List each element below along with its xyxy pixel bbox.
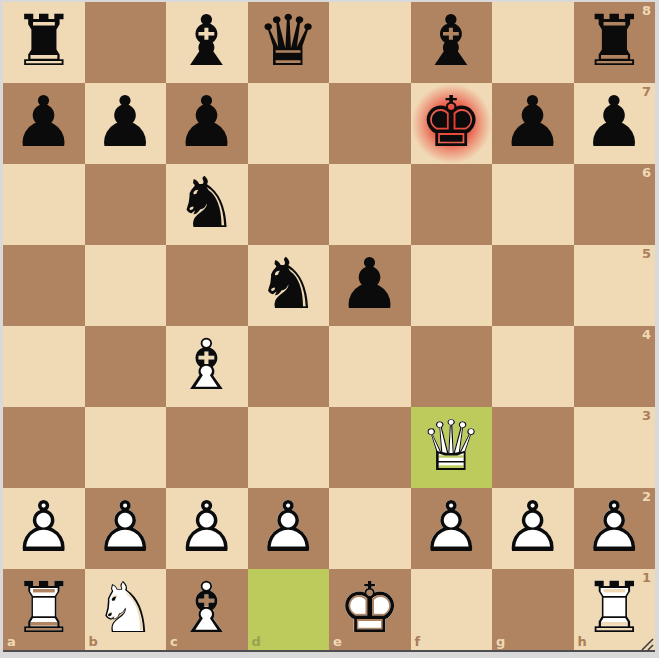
square-h7[interactable]: ♟7 [574, 83, 656, 164]
square-h6[interactable]: 6 [574, 164, 656, 245]
square-h4[interactable]: 4 [574, 326, 656, 407]
square-e6[interactable] [329, 164, 411, 245]
white-rook[interactable]: ♜♖ [583, 575, 646, 645]
square-g7[interactable]: ♟ [492, 83, 574, 164]
square-d1[interactable]: d [248, 569, 330, 650]
black-pawn[interactable]: ♟ [12, 89, 75, 159]
black-queen[interactable]: ♛ [257, 8, 320, 78]
square-c8[interactable]: ♝ [166, 2, 248, 83]
square-b4[interactable] [85, 326, 167, 407]
square-d4[interactable] [248, 326, 330, 407]
square-b1[interactable]: ♞♘b [85, 569, 167, 650]
file-label-g: g [496, 634, 505, 649]
square-c3[interactable] [166, 407, 248, 488]
square-b6[interactable] [85, 164, 167, 245]
square-a8[interactable]: ♜ [3, 2, 85, 83]
square-a2[interactable]: ♟♙ [3, 488, 85, 569]
rank-label-5: 5 [642, 246, 651, 261]
square-a5[interactable] [3, 245, 85, 326]
square-e1[interactable]: ♚♔e [329, 569, 411, 650]
white-bishop[interactable]: ♝♗ [175, 575, 238, 645]
white-bishop[interactable]: ♝♗ [175, 332, 238, 402]
square-c4[interactable]: ♝♗ [166, 326, 248, 407]
rank-label-4: 4 [642, 327, 651, 342]
square-f4[interactable] [411, 326, 493, 407]
square-b8[interactable] [85, 2, 167, 83]
square-e3[interactable] [329, 407, 411, 488]
square-h5[interactable]: 5 [574, 245, 656, 326]
square-c7[interactable]: ♟ [166, 83, 248, 164]
square-g6[interactable] [492, 164, 574, 245]
resize-handle-icon[interactable] [641, 638, 654, 651]
square-e2[interactable] [329, 488, 411, 569]
rank-label-6: 6 [642, 165, 651, 180]
white-pawn[interactable]: ♟♙ [583, 494, 646, 564]
square-a3[interactable] [3, 407, 85, 488]
square-g2[interactable]: ♟♙ [492, 488, 574, 569]
rank-label-3: 3 [642, 408, 651, 423]
black-bishop[interactable]: ♝ [420, 8, 483, 78]
square-e5[interactable]: ♟ [329, 245, 411, 326]
square-b5[interactable] [85, 245, 167, 326]
black-pawn[interactable]: ♟ [583, 89, 646, 159]
square-f8[interactable]: ♝ [411, 2, 493, 83]
file-label-d: d [252, 634, 261, 649]
black-pawn[interactable]: ♟ [94, 89, 157, 159]
square-h3[interactable]: 3 [574, 407, 656, 488]
square-d3[interactable] [248, 407, 330, 488]
file-label-h: h [578, 634, 587, 649]
black-king[interactable]: ♚ [420, 89, 483, 159]
square-b7[interactable]: ♟ [85, 83, 167, 164]
file-label-b: b [89, 634, 98, 649]
white-queen[interactable]: ♛♕ [420, 413, 483, 483]
square-a6[interactable] [3, 164, 85, 245]
square-c1[interactable]: ♝♗c [166, 569, 248, 650]
black-rook[interactable]: ♜ [583, 8, 646, 78]
rank-label-8: 8 [642, 3, 651, 18]
square-f6[interactable] [411, 164, 493, 245]
square-b3[interactable] [85, 407, 167, 488]
square-a7[interactable]: ♟ [3, 83, 85, 164]
file-label-c: c [170, 634, 178, 649]
square-c6[interactable]: ♞ [166, 164, 248, 245]
square-c5[interactable] [166, 245, 248, 326]
square-b2[interactable]: ♟♙ [85, 488, 167, 569]
board-frame: ♜♝♛♝♜8♟♟♟♚♟♟7♞6♞♟5♝♗4♛♕3♟♙♟♙♟♙♟♙♟♙♟♙♟♙2♜… [0, 0, 659, 658]
square-f7[interactable]: ♚ [411, 83, 493, 164]
white-knight[interactable]: ♞♘ [94, 575, 157, 645]
white-pawn[interactable]: ♟♙ [501, 494, 564, 564]
square-d5[interactable]: ♞ [248, 245, 330, 326]
white-king[interactable]: ♚♔ [338, 575, 401, 645]
chess-board: ♜♝♛♝♜8♟♟♟♚♟♟7♞6♞♟5♝♗4♛♕3♟♙♟♙♟♙♟♙♟♙♟♙♟♙2♜… [3, 2, 655, 652]
square-e4[interactable] [329, 326, 411, 407]
white-pawn[interactable]: ♟♙ [175, 494, 238, 564]
square-g3[interactable] [492, 407, 574, 488]
square-f5[interactable] [411, 245, 493, 326]
black-rook[interactable]: ♜ [12, 8, 75, 78]
white-pawn[interactable]: ♟♙ [12, 494, 75, 564]
file-label-e: e [333, 634, 342, 649]
black-knight[interactable]: ♞ [257, 251, 320, 321]
square-h8[interactable]: ♜8 [574, 2, 656, 83]
square-d6[interactable] [248, 164, 330, 245]
square-c2[interactable]: ♟♙ [166, 488, 248, 569]
white-rook[interactable]: ♜♖ [12, 575, 75, 645]
square-e8[interactable] [329, 2, 411, 83]
square-g5[interactable] [492, 245, 574, 326]
white-pawn[interactable]: ♟♙ [94, 494, 157, 564]
white-pawn[interactable]: ♟♙ [257, 494, 320, 564]
square-f1[interactable]: f [411, 569, 493, 650]
black-pawn[interactable]: ♟ [338, 251, 401, 321]
square-g8[interactable] [492, 2, 574, 83]
square-e7[interactable] [329, 83, 411, 164]
square-d2[interactable]: ♟♙ [248, 488, 330, 569]
square-f3[interactable]: ♛♕ [411, 407, 493, 488]
rank-label-1: 1 [642, 570, 651, 585]
rank-label-7: 7 [642, 84, 651, 99]
file-label-a: a [7, 634, 16, 649]
square-g1[interactable]: g [492, 569, 574, 650]
square-a4[interactable] [3, 326, 85, 407]
square-h2[interactable]: ♟♙2 [574, 488, 656, 569]
square-f2[interactable]: ♟♙ [411, 488, 493, 569]
square-d8[interactable]: ♛ [248, 2, 330, 83]
black-pawn[interactable]: ♟ [501, 89, 564, 159]
black-knight[interactable]: ♞ [175, 170, 238, 240]
black-bishop[interactable]: ♝ [175, 8, 238, 78]
square-g4[interactable] [492, 326, 574, 407]
square-d7[interactable] [248, 83, 330, 164]
square-a1[interactable]: ♜♖a [3, 569, 85, 650]
black-pawn[interactable]: ♟ [175, 89, 238, 159]
white-pawn[interactable]: ♟♙ [420, 494, 483, 564]
rank-label-2: 2 [642, 489, 651, 504]
file-label-f: f [415, 634, 421, 649]
